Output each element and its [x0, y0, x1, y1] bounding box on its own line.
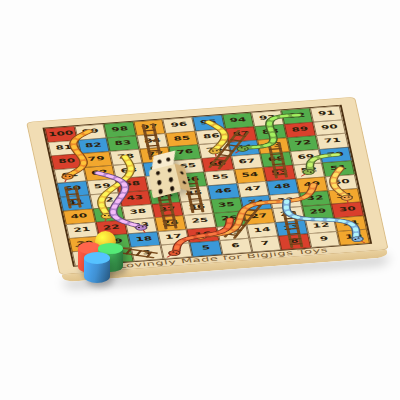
square-number: 71	[323, 135, 342, 147]
square-number: 94	[228, 114, 247, 126]
square-number: 40	[69, 210, 88, 222]
square-number: 61	[60, 169, 79, 181]
square-number: 84	[143, 135, 162, 147]
square-number: 24	[161, 217, 180, 229]
square-number: 88	[261, 126, 280, 138]
die-pip	[179, 171, 183, 175]
square-number: 59	[93, 180, 112, 192]
square-number: 55	[211, 171, 230, 183]
square-number: 21	[72, 224, 91, 236]
square-number: 33	[276, 194, 295, 206]
square-number: 95	[199, 116, 218, 128]
die-pip	[166, 157, 171, 162]
square-number: 31	[335, 190, 354, 202]
square-number: 72	[293, 137, 312, 149]
square-number: 80	[57, 155, 76, 167]
square-number: 39	[99, 208, 118, 220]
square-number: 86	[202, 130, 221, 142]
die-pip	[167, 167, 172, 173]
square-number: 82	[84, 139, 103, 151]
square-number: 63	[119, 164, 138, 176]
square-number: 7	[260, 238, 271, 249]
square-number: 43	[125, 192, 144, 204]
square-number: 70	[326, 148, 345, 160]
square-number: 10	[344, 231, 363, 243]
square-number: 15	[223, 226, 242, 238]
square-number: 30	[338, 203, 357, 215]
square-number: 60	[63, 183, 82, 195]
square-number: 93	[258, 112, 277, 124]
square-number: 16	[193, 228, 212, 240]
square-number: 53	[270, 167, 289, 179]
square-number: 89	[290, 123, 309, 135]
square-number: 34	[246, 196, 265, 208]
square-number: 11	[341, 217, 360, 229]
square-number: 9	[319, 233, 330, 244]
square-number: 23	[131, 219, 150, 231]
square-number: 13	[282, 222, 301, 234]
square-number: 99	[81, 125, 100, 137]
square-number: 85	[172, 132, 191, 144]
square-number: 92	[287, 110, 306, 122]
die-pip	[157, 159, 162, 164]
square-number: 48	[273, 180, 292, 192]
square-number: 58	[122, 178, 141, 190]
square-number: 100	[47, 127, 74, 139]
square-number: 5	[201, 242, 212, 253]
square-number: 66	[208, 158, 227, 170]
square-number: 42	[96, 194, 115, 206]
square-number: 4	[171, 245, 182, 256]
square-number: 62	[90, 167, 109, 179]
die-pip	[155, 170, 160, 176]
square-number: 68	[267, 153, 286, 165]
square-number: 78	[116, 151, 135, 163]
square-number: 17	[164, 231, 183, 243]
die-pip	[158, 189, 163, 195]
square-number: 91	[317, 107, 336, 119]
square-number: 67	[237, 155, 256, 167]
square-number: 37	[158, 203, 177, 215]
square-number: 28	[279, 208, 298, 220]
square-number: 74	[234, 142, 253, 154]
square-number: 36	[187, 201, 206, 213]
die-pip	[182, 181, 186, 185]
die-pip	[170, 186, 175, 192]
square-number: 75	[205, 144, 224, 156]
square-number: 47	[243, 183, 262, 195]
square-number: 79	[87, 153, 106, 165]
square-number: 90	[320, 121, 339, 133]
square-number: 38	[128, 206, 147, 218]
square-number: 25	[190, 215, 209, 227]
square-number: 14	[253, 224, 272, 236]
pawn-top	[84, 252, 110, 264]
square-number: 50	[332, 176, 351, 188]
square-number: 41	[66, 196, 85, 208]
square-number: 51	[329, 162, 348, 174]
square-number: 29	[309, 206, 328, 218]
product-photo-scene: 1009998979695949392918182838485868788899…	[0, 0, 400, 400]
square-number: 98	[110, 123, 129, 135]
square-number: 26	[220, 212, 239, 224]
square-number: 73	[264, 139, 283, 151]
square-10: 10	[337, 229, 370, 245]
square-number: 46	[214, 185, 233, 197]
die-pip	[169, 177, 174, 183]
square-number: 8	[289, 236, 300, 247]
square-number: 96	[169, 119, 188, 131]
square-number: 97	[140, 121, 159, 133]
pawn-blue	[84, 252, 110, 283]
square-number: 69	[296, 151, 315, 163]
square-number: 83	[113, 137, 132, 149]
square-number: 12	[312, 219, 331, 231]
square-number: 81	[54, 141, 73, 153]
square-number: 87	[231, 128, 250, 140]
square-number: 35	[217, 199, 236, 211]
square-number: 27	[249, 210, 268, 222]
square-number: 18	[134, 233, 153, 245]
square-number: 54	[240, 169, 259, 181]
square-number: 52	[299, 164, 318, 176]
square-number: 3	[142, 247, 153, 258]
die-pip	[157, 180, 162, 186]
square-9: 9	[308, 232, 341, 248]
square-number: 32	[306, 192, 325, 204]
square-number: 49	[302, 178, 321, 190]
square-number: 6	[230, 240, 241, 251]
